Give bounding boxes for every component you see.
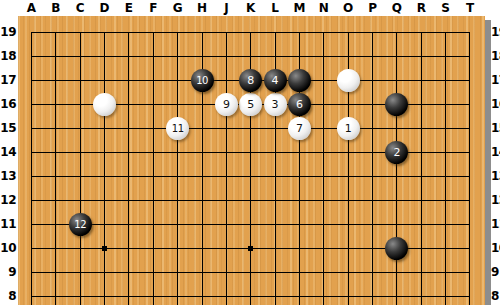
row-label-left-8: 8 [0, 289, 16, 303]
stone-white-K16-move-5: 5 [239, 93, 262, 116]
column-label-J: J [224, 1, 228, 15]
row-label-left-18: 18 [0, 49, 16, 63]
column-label-Q: Q [392, 1, 402, 15]
column-label-P: P [368, 1, 377, 15]
grid-hline-12 [31, 200, 470, 201]
column-label-M: M [293, 1, 305, 15]
column-label-T: T [466, 1, 474, 15]
column-label-F: F [149, 1, 157, 15]
grid-hline-11 [31, 224, 470, 225]
column-label-R: R [417, 1, 426, 15]
grid-hline-13 [31, 176, 470, 177]
row-label-right-8: 8 [491, 289, 500, 303]
stone-black-H17-move-10: 10 [191, 69, 214, 92]
grid-vline-N [323, 32, 324, 305]
row-label-left-11: 11 [0, 217, 16, 231]
stone-white-J16-move-9: 9 [215, 93, 238, 116]
grid-hline-19 [31, 32, 470, 33]
grid-vline-E [128, 32, 129, 305]
row-label-right-16: 16 [491, 97, 500, 111]
stone-white-O17 [337, 69, 360, 92]
row-label-left-17: 17 [0, 73, 16, 87]
grid-hline-9 [31, 272, 470, 273]
column-label-N: N [319, 1, 329, 15]
stone-black-M16-move-6: 6 [288, 93, 311, 116]
row-label-right-19: 19 [491, 25, 500, 39]
row-label-left-13: 13 [0, 169, 16, 183]
row-label-left-15: 15 [0, 121, 16, 135]
column-label-A: A [27, 1, 36, 15]
column-label-B: B [51, 1, 60, 15]
grid-hline-15 [31, 128, 470, 129]
stone-black-L17-move-4: 4 [264, 69, 287, 92]
column-label-K: K [246, 1, 255, 15]
row-label-right-9: 9 [491, 265, 500, 279]
grid-vline-A [31, 32, 32, 305]
row-label-right-11: 11 [491, 217, 500, 231]
grid-vline-G [177, 32, 178, 305]
row-label-left-14: 14 [0, 145, 16, 159]
grid-vline-C [80, 32, 81, 305]
stone-white-M15-move-7: 7 [288, 117, 311, 140]
grid-vline-T [469, 32, 470, 305]
star-point-K10 [248, 246, 253, 251]
stone-black-Q16 [385, 93, 408, 116]
row-label-left-10: 10 [0, 241, 16, 255]
stone-black-C11-move-12: 12 [69, 213, 92, 236]
stone-white-G15-move-11: 11 [166, 117, 189, 140]
go-board-diagram: ABCDEFGHJKLMNOPQRST191918181717161615151… [0, 0, 500, 305]
row-label-right-18: 18 [491, 49, 500, 63]
stone-black-M17 [288, 69, 311, 92]
star-point-D10 [102, 246, 107, 251]
row-label-right-15: 15 [491, 121, 500, 135]
column-label-E: E [125, 1, 133, 15]
row-label-left-19: 19 [0, 25, 16, 39]
row-label-left-9: 9 [0, 265, 16, 279]
grid-hline-8 [31, 296, 470, 297]
grid-vline-S [445, 32, 446, 305]
row-label-left-12: 12 [0, 193, 16, 207]
row-label-right-10: 10 [491, 241, 500, 255]
stone-white-D16 [93, 93, 116, 116]
stone-black-K17-move-8: 8 [239, 69, 262, 92]
column-label-L: L [271, 1, 279, 15]
column-label-O: O [343, 1, 353, 15]
row-label-right-12: 12 [491, 193, 500, 207]
stone-white-O15-move-1: 1 [337, 117, 360, 140]
row-label-left-16: 16 [0, 97, 16, 111]
grid-vline-Q [396, 32, 397, 305]
go-board-surface[interactable] [18, 16, 485, 305]
row-label-right-14: 14 [491, 145, 500, 159]
column-label-S: S [441, 1, 450, 15]
column-label-H: H [197, 1, 207, 15]
grid-hline-18 [31, 56, 470, 57]
grid-vline-R [421, 32, 422, 305]
stone-white-L16-move-3: 3 [264, 93, 287, 116]
grid-vline-P [372, 32, 373, 305]
stone-black-Q14-move-2: 2 [385, 141, 408, 164]
grid-vline-F [153, 32, 154, 305]
column-label-G: G [173, 1, 183, 15]
stone-black-Q10 [385, 237, 408, 260]
row-label-right-13: 13 [491, 169, 500, 183]
column-label-D: D [100, 1, 110, 15]
grid-vline-B [55, 32, 56, 305]
column-label-C: C [76, 1, 85, 15]
row-label-right-17: 17 [491, 73, 500, 87]
grid-vline-J [226, 32, 227, 305]
grid-vline-D [104, 32, 105, 305]
